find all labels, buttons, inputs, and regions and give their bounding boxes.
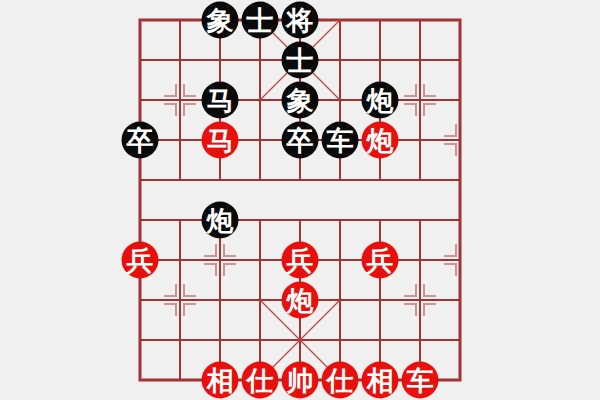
piece-red-soldier-a4[interactable]: 兵	[122, 242, 159, 279]
piece-black-chariot-f7[interactable]: 车	[322, 122, 359, 159]
piece-red-advisor-d1[interactable]: 仕	[242, 362, 279, 399]
piece-black-cannon-g8[interactable]: 炮	[362, 82, 399, 119]
piece-red-advisor-f1[interactable]: 仕	[322, 362, 359, 399]
piece-red-horse-c7[interactable]: 马	[202, 122, 239, 159]
piece-red-general-e1[interactable]: 帅	[282, 362, 319, 399]
piece-black-advisor-d10[interactable]: 士	[242, 2, 279, 39]
piece-black-advisor-e9[interactable]: 士	[282, 42, 319, 79]
piece-black-horse-c8[interactable]: 马	[202, 82, 239, 119]
piece-red-elephant-g1[interactable]: 相	[362, 362, 399, 399]
piece-red-chariot-h1[interactable]: 车	[402, 362, 439, 399]
pieces-layer: 象士将士马象炮卒马卒车炮炮兵兵兵炮相仕帅仕相车	[0, 0, 600, 400]
piece-red-cannon-g7[interactable]: 炮	[362, 122, 399, 159]
piece-black-cannon-c5[interactable]: 炮	[202, 202, 239, 239]
xiangqi-board: 象士将士马象炮卒马卒车炮炮兵兵兵炮相仕帅仕相车	[0, 0, 600, 400]
piece-black-soldier-e7[interactable]: 卒	[282, 122, 319, 159]
piece-black-general-e10[interactable]: 将	[282, 2, 319, 39]
piece-red-cannon-e3[interactable]: 炮	[282, 282, 319, 319]
piece-red-soldier-e4[interactable]: 兵	[282, 242, 319, 279]
piece-red-soldier-g4[interactable]: 兵	[362, 242, 399, 279]
piece-black-elephant-e8[interactable]: 象	[282, 82, 319, 119]
piece-black-elephant-c10[interactable]: 象	[202, 2, 239, 39]
piece-red-elephant-c1[interactable]: 相	[202, 362, 239, 399]
piece-black-soldier-a7[interactable]: 卒	[122, 122, 159, 159]
